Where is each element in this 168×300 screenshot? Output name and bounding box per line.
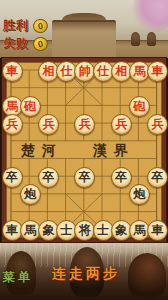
losses-counter: 失败 0 <box>3 35 48 52</box>
wins-counter: 胜利 0 <box>3 17 48 34</box>
piece-red-砲[interactable]: 砲 <box>129 96 150 117</box>
losses-coin-badge: 0 <box>32 35 49 51</box>
piece-black-卒[interactable]: 卒 <box>74 167 95 188</box>
piece-red-兵[interactable]: 兵 <box>74 114 95 135</box>
piece-black-卒[interactable]: 卒 <box>111 167 132 188</box>
piece-black-炮[interactable]: 炮 <box>20 184 41 205</box>
piece-black-卒[interactable]: 卒 <box>2 167 23 188</box>
piece-black-卒[interactable]: 卒 <box>147 167 168 188</box>
menu-button[interactable]: 菜单 <box>3 269 33 286</box>
piece-red-兵[interactable]: 兵 <box>111 114 132 135</box>
piece-red-車[interactable]: 車 <box>147 61 168 82</box>
statue-decoration <box>131 32 140 46</box>
palace-building <box>52 20 116 59</box>
piece-red-兵[interactable]: 兵 <box>38 114 59 135</box>
blossom-decoration <box>130 0 168 32</box>
river-label-han: 漢界 <box>93 142 135 160</box>
statue-decoration <box>147 32 156 46</box>
footer-scene: 菜单 连走两步 <box>0 243 168 300</box>
losses-label: 失败 <box>3 35 29 52</box>
wins-coin-badge: 0 <box>32 17 49 33</box>
double-move-hint-button[interactable]: 连走两步 <box>52 265 120 283</box>
wins-label: 胜利 <box>3 17 29 34</box>
piece-red-兵[interactable]: 兵 <box>147 114 168 135</box>
horseman-figure <box>128 253 166 297</box>
piece-red-車[interactable]: 車 <box>2 61 23 82</box>
piece-red-兵[interactable]: 兵 <box>2 114 23 135</box>
piece-red-砲[interactable]: 砲 <box>20 96 41 117</box>
xiangqi-board[interactable]: 楚河 漢界 車相仕帥仕相馬車馬砲砲兵兵兵兵兵卒卒卒卒卒炮炮車馬象士将士象馬車 <box>1 57 167 243</box>
xiangqi-game-screen: 胜利 0 失败 0 楚河 漢界 車相仕帥仕相馬車馬砲砲兵兵兵兵兵卒卒卒卒卒炮炮車… <box>0 0 168 300</box>
header-scene: 胜利 0 失败 0 <box>0 0 168 57</box>
piece-black-卒[interactable]: 卒 <box>38 167 59 188</box>
piece-black-車[interactable]: 車 <box>147 220 168 241</box>
river-label-chu: 楚河 <box>21 142 63 160</box>
